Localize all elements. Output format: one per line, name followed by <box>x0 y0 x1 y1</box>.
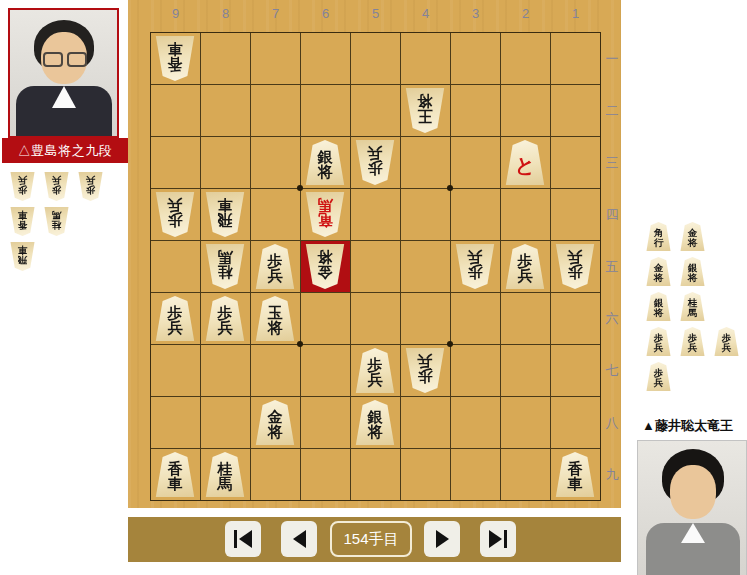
gote-captured-pieces: 歩 兵歩 兵歩 兵香 車桂 馬飛 車 <box>10 172 122 292</box>
file-label: 5 <box>351 6 400 21</box>
previous-icon <box>293 530 306 548</box>
gote-player-photo <box>8 8 119 138</box>
board-square <box>301 449 350 500</box>
board-square <box>401 137 450 188</box>
piece-text: 歩 兵 <box>468 250 483 284</box>
board-square <box>551 345 600 396</box>
board-square <box>351 189 400 240</box>
star-point <box>447 341 453 347</box>
glasses <box>43 52 87 67</box>
board-square <box>151 85 200 136</box>
piece-text: 桂 馬 <box>688 295 698 317</box>
board-square <box>401 449 450 500</box>
board-square <box>351 449 400 500</box>
piece-text: 銀 将 <box>318 146 333 180</box>
piece-text: 歩 兵 <box>218 302 233 336</box>
board-square <box>551 293 600 344</box>
piece-text: 金 将 <box>688 225 698 247</box>
sente-player-name: ▲藤井聡太竜王 <box>628 417 747 435</box>
piece-text: 飛 車 <box>218 198 233 232</box>
piece-text: 歩 兵 <box>168 198 183 232</box>
piece-text: 銀 将 <box>688 260 698 282</box>
shogi-piece: 歩 兵 <box>646 362 671 391</box>
board-square <box>451 293 500 344</box>
board-square <box>251 189 300 240</box>
piece-text: 歩 兵 <box>688 330 698 352</box>
piece-text: 銀 将 <box>368 406 383 440</box>
board-square <box>501 189 550 240</box>
board-square <box>501 33 550 84</box>
board-square <box>551 33 600 84</box>
piece-text: 歩 兵 <box>654 365 664 387</box>
board-square <box>201 397 250 448</box>
file-label: 2 <box>501 6 550 21</box>
piece-text: 竜 馬 <box>318 198 333 232</box>
board-square <box>251 33 300 84</box>
move-counter: 154手目 <box>330 521 412 557</box>
rank-label: 六 <box>603 293 621 344</box>
board-square <box>401 293 450 344</box>
board-square <box>301 345 350 396</box>
piece-text: と <box>515 149 535 175</box>
board-square <box>451 33 500 84</box>
shogi-piece: 銀 将 <box>680 257 705 286</box>
rank-label: 九 <box>603 449 621 500</box>
board-square <box>351 293 400 344</box>
piece-text: 歩 兵 <box>18 175 28 197</box>
file-label: 7 <box>251 6 300 21</box>
sente-captured-pieces: 角 行金 将金 将銀 将銀 将桂 馬歩 兵歩 兵歩 兵歩 兵 <box>646 222 746 402</box>
board-square <box>301 293 350 344</box>
board-square <box>501 397 550 448</box>
piece-text: 歩 兵 <box>368 146 383 180</box>
file-label: 6 <box>301 6 350 21</box>
piece-text: 歩 兵 <box>168 302 183 336</box>
board-square <box>251 449 300 500</box>
file-label: 3 <box>451 6 500 21</box>
shogi-piece: 角 行 <box>646 222 671 251</box>
board-square <box>551 85 600 136</box>
board-square <box>401 33 450 84</box>
first-move-button[interactable] <box>225 521 261 557</box>
move-navigation: 154手目 <box>128 517 621 562</box>
piece-text: 香 車 <box>568 458 583 492</box>
piece-text: 金 将 <box>268 406 283 440</box>
shogi-piece: 歩 兵 <box>10 172 35 201</box>
rank-label: 三 <box>603 137 621 188</box>
board-square <box>201 345 250 396</box>
skip-to-start-icon <box>234 530 237 548</box>
star-point <box>297 185 303 191</box>
shogi-piece: 銀 将 <box>646 292 671 321</box>
piece-text: 歩 兵 <box>722 330 732 352</box>
last-move-button[interactable] <box>480 521 516 557</box>
board-square <box>451 345 500 396</box>
board-square <box>501 345 550 396</box>
piece-text: 歩 兵 <box>268 250 283 284</box>
board-square <box>501 293 550 344</box>
face <box>670 465 716 519</box>
board-square <box>501 85 550 136</box>
shogi-piece: 飛 車 <box>10 242 35 271</box>
board-square <box>451 137 500 188</box>
rank-label: 四 <box>603 189 621 240</box>
piece-text: 銀 将 <box>654 295 664 317</box>
skip-to-end-icon <box>489 530 502 548</box>
board-square <box>201 85 250 136</box>
board-square <box>201 137 250 188</box>
piece-text: 歩 兵 <box>368 354 383 388</box>
shogi-game-viewer: △豊島将之九段 歩 兵歩 兵歩 兵香 車桂 馬飛 車 987654321 一二三… <box>0 0 747 575</box>
board-square <box>301 85 350 136</box>
piece-text: 金 将 <box>654 260 664 282</box>
board-square <box>151 241 200 292</box>
board-square <box>551 189 600 240</box>
piece-text: 歩 兵 <box>418 354 433 388</box>
piece-text: 歩 兵 <box>518 250 533 284</box>
board-square <box>251 137 300 188</box>
rank-label: 二 <box>603 85 621 136</box>
shogi-piece: 桂 馬 <box>680 292 705 321</box>
board-square <box>151 397 200 448</box>
piece-text: 歩 兵 <box>86 175 96 197</box>
board-square <box>251 85 300 136</box>
shogi-piece: 歩 兵 <box>44 172 69 201</box>
shogi-piece: 歩 兵 <box>78 172 103 201</box>
board-square <box>401 397 450 448</box>
previous-move-button[interactable] <box>281 521 317 557</box>
rank-label: 八 <box>603 397 621 448</box>
piece-text: 桂 馬 <box>218 250 233 284</box>
shogi-piece: 香 車 <box>10 207 35 236</box>
file-label: 4 <box>401 6 450 21</box>
rank-label: 七 <box>603 345 621 396</box>
rank-label: 五 <box>603 241 621 292</box>
board-square <box>451 397 500 448</box>
piece-text: 香 車 <box>168 458 183 492</box>
piece-text: 歩 兵 <box>52 175 62 197</box>
next-move-button[interactable] <box>424 521 460 557</box>
shogi-piece: 歩 兵 <box>714 327 739 356</box>
piece-text: 角 行 <box>654 225 664 247</box>
board-square <box>151 345 200 396</box>
piece-text: 桂 馬 <box>52 210 62 232</box>
piece-text: 香 車 <box>168 42 183 76</box>
piece-text: 歩 兵 <box>654 330 664 352</box>
gote-player-name: △豊島将之九段 <box>2 138 128 163</box>
board-square <box>501 449 550 500</box>
piece-text: 玉 将 <box>268 302 283 336</box>
board-square <box>451 449 500 500</box>
piece-text: 香 車 <box>18 210 28 232</box>
file-label: 9 <box>151 6 200 21</box>
board-square <box>451 85 500 136</box>
board-square <box>551 397 600 448</box>
board-square <box>201 33 250 84</box>
piece-text: 桂 馬 <box>218 458 233 492</box>
board-square <box>301 33 350 84</box>
board-square <box>351 85 400 136</box>
rank-label: 一 <box>603 33 621 84</box>
piece-text: 歩 兵 <box>568 250 583 284</box>
board-square <box>151 137 200 188</box>
board-square <box>251 345 300 396</box>
sente-player-photo <box>637 440 747 575</box>
board-square <box>351 241 400 292</box>
file-label: 8 <box>201 6 250 21</box>
shogi-piece: 歩 兵 <box>680 327 705 356</box>
star-point <box>447 185 453 191</box>
board-square <box>451 189 500 240</box>
piece-text: 王 将 <box>418 94 433 128</box>
board-square <box>401 189 450 240</box>
shogi-piece: 金 将 <box>646 257 671 286</box>
star-point <box>297 341 303 347</box>
board-square <box>351 33 400 84</box>
board-square <box>301 397 350 448</box>
board-square <box>401 241 450 292</box>
shogi-piece: 桂 馬 <box>44 207 69 236</box>
next-icon <box>436 530 449 548</box>
piece-text: 金 将 <box>318 250 333 284</box>
piece-text: 飛 車 <box>18 245 28 267</box>
shogi-piece: 歩 兵 <box>646 327 671 356</box>
file-label: 1 <box>551 6 600 21</box>
shogi-piece: 金 将 <box>680 222 705 251</box>
board-square <box>551 137 600 188</box>
shogi-board: 987654321 一二三四五六七八九 香 車王 将銀 将歩 兵と歩 兵飛 車竜… <box>128 0 621 508</box>
